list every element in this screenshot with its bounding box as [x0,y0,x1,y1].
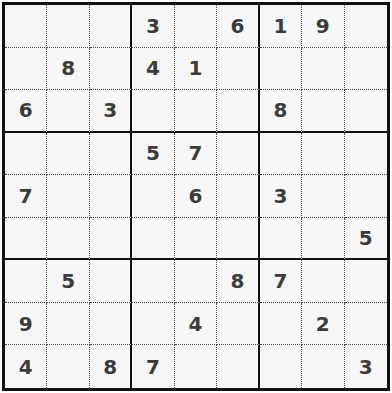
cell-r4c2[interactable] [47,133,89,176]
cell-r2c4[interactable]: 4 [132,48,174,91]
cell-r3c3[interactable]: 3 [90,90,132,133]
cell-r3c4[interactable] [132,90,174,133]
cell-r5c4[interactable] [132,175,174,218]
cell-r5c6[interactable] [217,175,259,218]
sudoku-board: 36198416385776355879424873 [2,2,390,391]
cell-r4c7[interactable] [260,133,302,176]
cell-r7c1[interactable] [5,260,47,303]
cell-r9c3[interactable]: 8 [90,345,132,388]
cell-r2c1[interactable] [5,48,47,91]
cell-r6c6[interactable] [217,218,259,261]
cell-r3c9[interactable] [345,90,387,133]
cell-r5c5[interactable]: 6 [175,175,217,218]
cell-r8c6[interactable] [217,303,259,346]
cell-r1c6[interactable]: 6 [217,5,259,48]
cell-r4c6[interactable] [217,133,259,176]
cell-r4c5[interactable]: 7 [175,133,217,176]
cell-r3c7[interactable]: 8 [260,90,302,133]
cell-r3c6[interactable] [217,90,259,133]
cell-r9c9[interactable]: 3 [345,345,387,388]
cell-r2c9[interactable] [345,48,387,91]
cell-r7c3[interactable] [90,260,132,303]
cell-r8c9[interactable] [345,303,387,346]
cell-r2c3[interactable] [90,48,132,91]
cell-r6c1[interactable] [5,218,47,261]
cell-r1c2[interactable] [47,5,89,48]
cell-r7c7[interactable]: 7 [260,260,302,303]
cell-r9c4[interactable]: 7 [132,345,174,388]
cell-r5c2[interactable] [47,175,89,218]
cell-r3c8[interactable] [302,90,344,133]
cell-r4c8[interactable] [302,133,344,176]
cell-r3c5[interactable] [175,90,217,133]
cell-r7c2[interactable]: 5 [47,260,89,303]
cell-r9c6[interactable] [217,345,259,388]
cell-r6c4[interactable] [132,218,174,261]
cell-r1c8[interactable]: 9 [302,5,344,48]
cell-r7c5[interactable] [175,260,217,303]
cell-r8c2[interactable] [47,303,89,346]
cell-r7c4[interactable] [132,260,174,303]
cell-r1c3[interactable] [90,5,132,48]
cell-r9c2[interactable] [47,345,89,388]
cell-r8c7[interactable] [260,303,302,346]
cell-r9c1[interactable]: 4 [5,345,47,388]
cell-r1c5[interactable] [175,5,217,48]
cell-r5c3[interactable] [90,175,132,218]
cell-r2c2[interactable]: 8 [47,48,89,91]
cell-r9c8[interactable] [302,345,344,388]
cell-r5c7[interactable]: 3 [260,175,302,218]
cell-r3c2[interactable] [47,90,89,133]
cell-r2c6[interactable] [217,48,259,91]
cell-r5c1[interactable]: 7 [5,175,47,218]
cell-r6c9[interactable]: 5 [345,218,387,261]
cell-r5c9[interactable] [345,175,387,218]
cell-r1c7[interactable]: 1 [260,5,302,48]
cell-r1c1[interactable] [5,5,47,48]
cell-r8c3[interactable] [90,303,132,346]
cell-r4c9[interactable] [345,133,387,176]
cell-r8c5[interactable]: 4 [175,303,217,346]
cell-r8c4[interactable] [132,303,174,346]
cell-r7c9[interactable] [345,260,387,303]
cell-r8c8[interactable]: 2 [302,303,344,346]
cell-r4c3[interactable] [90,133,132,176]
cell-r5c8[interactable] [302,175,344,218]
cell-r7c6[interactable]: 8 [217,260,259,303]
cell-r4c1[interactable] [5,133,47,176]
cell-r6c7[interactable] [260,218,302,261]
sudoku-app: 36198416385776355879424873 [0,0,392,393]
cell-r6c3[interactable] [90,218,132,261]
cell-r6c8[interactable] [302,218,344,261]
cell-r3c1[interactable]: 6 [5,90,47,133]
cell-r2c5[interactable]: 1 [175,48,217,91]
cell-r7c8[interactable] [302,260,344,303]
cell-r1c4[interactable]: 3 [132,5,174,48]
cell-r9c7[interactable] [260,345,302,388]
cell-r2c7[interactable] [260,48,302,91]
cell-r2c8[interactable] [302,48,344,91]
cell-r8c1[interactable]: 9 [5,303,47,346]
cell-r6c5[interactable] [175,218,217,261]
cell-r1c9[interactable] [345,5,387,48]
cell-r9c5[interactable] [175,345,217,388]
cell-r4c4[interactable]: 5 [132,133,174,176]
cell-r6c2[interactable] [47,218,89,261]
